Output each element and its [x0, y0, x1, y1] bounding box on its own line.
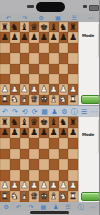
square-b6[interactable]	[10, 43, 20, 53]
black-knight-piece: ♞	[11, 23, 19, 32]
square-g3[interactable]	[59, 74, 69, 84]
chess-board-2[interactable]: ♜♞♝♛♚♝♞♜♟♟♟♟♟♟♟♟♟♟♟♟♟♟♟♟♜♞♝♛♚♝♞♜	[0, 117, 78, 202]
scrollbar[interactable]	[98, 119, 100, 153]
white-rook-piece: ♜	[69, 192, 77, 201]
white-pawn-piece: ♟	[50, 85, 58, 94]
square-b8[interactable]: ♞	[10, 22, 20, 32]
square-e6[interactable]	[39, 43, 49, 53]
black-pawn-piece: ♟	[1, 128, 9, 137]
list-icon[interactable]: ☰	[66, 13, 83, 22]
white-pawn-piece: ♟	[40, 181, 48, 190]
white-pawn-piece: ♟	[59, 181, 67, 190]
square-h3[interactable]	[68, 74, 78, 84]
square-b1[interactable]: ♞	[10, 191, 20, 202]
black-rook-piece: ♜	[69, 23, 77, 32]
square-a2[interactable]: ♟	[0, 181, 10, 192]
square-d1[interactable]: ♛	[29, 95, 39, 105]
square-c6[interactable]	[20, 138, 30, 149]
square-e4[interactable]	[39, 159, 49, 170]
black-bishop-piece: ♝	[50, 118, 58, 127]
square-e7[interactable]: ♟	[39, 128, 49, 139]
white-queen-piece: ♛	[30, 95, 38, 104]
white-pawn-piece: ♟	[30, 181, 38, 190]
square-d7[interactable]: ♟	[29, 32, 39, 42]
square-a7[interactable]: ♟	[0, 32, 10, 42]
square-g7[interactable]: ♟	[59, 128, 69, 139]
black-pawn-piece: ♟	[30, 128, 38, 137]
signal-icon	[83, 5, 87, 8]
square-f6[interactable]	[49, 138, 59, 149]
square-e1[interactable]: ♚	[39, 191, 49, 202]
square-h2[interactable]: ♟	[68, 181, 78, 192]
square-e5[interactable]	[39, 149, 49, 160]
black-pawn-piece: ♟	[69, 128, 77, 137]
white-pawn-piece: ♟	[11, 181, 19, 190]
square-c1[interactable]: ♝	[20, 95, 30, 105]
square-f4[interactable]	[49, 159, 59, 170]
white-king-piece: ♚	[40, 192, 48, 201]
square-b3[interactable]	[10, 170, 20, 181]
black-pawn-piece: ♟	[30, 33, 38, 42]
white-pawn-piece: ♟	[30, 85, 38, 94]
square-a8[interactable]: ♜	[0, 22, 10, 32]
square-e6[interactable]	[39, 138, 49, 149]
black-pawn-piece: ♟	[1, 33, 9, 42]
square-e2[interactable]: ♟	[39, 181, 49, 192]
square-b8[interactable]: ♞	[10, 117, 20, 128]
square-c2[interactable]: ♟	[20, 181, 30, 192]
square-d8[interactable]: ♛	[29, 117, 39, 128]
white-pawn-piece: ♟	[1, 181, 9, 190]
square-b1[interactable]: ♞	[10, 95, 20, 105]
black-knight-piece: ♞	[59, 118, 67, 127]
square-e3[interactable]	[39, 170, 49, 181]
black-pawn-piece: ♟	[59, 128, 67, 137]
square-g4[interactable]	[59, 159, 69, 170]
white-pawn-piece: ♟	[69, 181, 77, 190]
square-g8[interactable]: ♞	[59, 117, 69, 128]
square-h1[interactable]: ♜	[68, 95, 78, 105]
square-a4[interactable]	[0, 64, 10, 74]
black-pawn-piece: ♟	[20, 33, 28, 42]
square-d4[interactable]	[29, 159, 39, 170]
white-bishop-piece: ♝	[50, 192, 58, 201]
white-rook-piece: ♜	[1, 192, 9, 201]
square-e3[interactable]	[39, 74, 49, 84]
black-pawn-piece: ♟	[20, 128, 28, 137]
black-pawn-piece: ♟	[40, 128, 48, 137]
square-f1[interactable]: ♝	[49, 191, 59, 202]
white-pawn-piece: ♟	[1, 85, 9, 94]
black-knight-piece: ♞	[59, 23, 67, 32]
black-pawn-piece: ♟	[50, 128, 58, 137]
black-pawn-piece: ♟	[69, 33, 77, 42]
chess-board-1[interactable]: ♜♞♝♛♚♝♞♜♟♟♟♟♟♟♟♟♟♟♟♟♟♟♟♟♜♞♝♛♚♝♞♜	[0, 22, 78, 105]
square-d1[interactable]: ♛	[29, 191, 39, 202]
black-rook-piece: ♜	[69, 118, 77, 127]
square-d2[interactable]: ♟	[29, 181, 39, 192]
mode-label: Mode	[82, 132, 94, 137]
side-panel-2: Mode	[78, 117, 99, 202]
square-b7[interactable]: ♟	[10, 128, 20, 139]
white-bishop-piece: ♝	[20, 95, 28, 104]
square-g5[interactable]	[59, 149, 69, 160]
more-icon[interactable]: ⋯	[87, 202, 99, 211]
white-pawn-piece: ♟	[59, 85, 67, 94]
black-king-piece: ♚	[40, 118, 48, 127]
battery-icon	[89, 5, 99, 11]
square-g5[interactable]	[59, 53, 69, 63]
phone-screen: ↶↷⚙▦☰⋯ ♜♞♝♛♚♝♞♜♟♟♟♟♟♟♟♟♟♟♟♟♟♟♟♟♜♞♝♛♚♝♞♜ …	[0, 0, 99, 215]
square-f5[interactable]	[49, 53, 59, 63]
square-g1[interactable]: ♞	[59, 95, 69, 105]
more-icon[interactable]: ⋯	[83, 13, 100, 22]
square-f4[interactable]	[49, 64, 59, 74]
black-rook-piece: ♜	[1, 23, 9, 32]
piece-icon[interactable]: ♟	[50, 202, 62, 211]
square-d3[interactable]	[29, 170, 39, 181]
square-a1[interactable]: ♜	[0, 191, 10, 202]
black-pawn-piece: ♟	[50, 33, 58, 42]
square-f3[interactable]	[49, 74, 59, 84]
square-d8[interactable]: ♛	[29, 22, 39, 32]
start-button[interactable]	[81, 192, 99, 201]
square-d6[interactable]	[29, 138, 39, 149]
black-pawn-piece: ♟	[40, 33, 48, 42]
square-d6[interactable]	[29, 43, 39, 53]
square-d5[interactable]	[29, 149, 39, 160]
square-c3[interactable]	[20, 170, 30, 181]
square-c5[interactable]	[20, 149, 30, 160]
square-b5[interactable]	[10, 149, 20, 160]
scrollbar[interactable]	[98, 24, 100, 57]
square-c3[interactable]	[20, 74, 30, 84]
square-g8[interactable]: ♞	[59, 22, 69, 32]
white-queen-piece: ♛	[30, 192, 38, 201]
square-e5[interactable]	[39, 53, 49, 63]
square-d5[interactable]	[29, 53, 39, 63]
square-b5[interactable]	[10, 53, 20, 63]
board-icon[interactable]: ▦	[37, 202, 49, 211]
square-h4[interactable]	[68, 64, 78, 74]
undo-icon[interactable]: ↶	[12, 202, 24, 211]
white-rook-piece: ♜	[1, 95, 9, 104]
square-c7[interactable]: ♟	[20, 128, 30, 139]
white-pawn-piece: ♟	[11, 85, 19, 94]
square-c4[interactable]	[20, 64, 30, 74]
dynamic-island	[36, 2, 65, 12]
square-a3[interactable]	[0, 170, 10, 181]
square-a7[interactable]: ♟	[0, 128, 10, 139]
square-h6[interactable]	[68, 43, 78, 53]
square-f3[interactable]	[49, 170, 59, 181]
square-f6[interactable]	[49, 43, 59, 53]
black-pawn-piece: ♟	[59, 33, 67, 42]
redo-icon[interactable]: ↷	[25, 202, 37, 211]
status-bar	[0, 0, 99, 13]
square-d4[interactable]	[29, 64, 39, 74]
settings-icon[interactable]: ⚙	[33, 13, 50, 22]
white-pawn-piece: ♟	[50, 181, 58, 190]
square-f5[interactable]	[49, 149, 59, 160]
square-h5[interactable]	[68, 53, 78, 63]
square-a5[interactable]	[0, 149, 10, 160]
square-e1[interactable]: ♚	[39, 95, 49, 105]
square-g4[interactable]	[59, 64, 69, 74]
square-a5[interactable]	[0, 53, 10, 63]
board-icon[interactable]: ▦	[50, 13, 67, 22]
white-knight-piece: ♞	[11, 95, 19, 104]
square-c8[interactable]: ♝	[20, 22, 30, 32]
square-c1[interactable]: ♝	[20, 191, 30, 202]
white-pawn-piece: ♟	[20, 85, 28, 94]
toolbar-top: ↶↷⚙▦☰⋯	[0, 13, 99, 22]
square-a4[interactable]	[0, 159, 10, 170]
list-icon[interactable]: ☰	[62, 202, 74, 211]
mode-label: Mode	[82, 33, 94, 38]
square-h4[interactable]	[68, 159, 78, 170]
white-king-piece: ♚	[40, 95, 48, 104]
square-h6[interactable]	[68, 138, 78, 149]
square-b3[interactable]	[10, 74, 20, 84]
square-f7[interactable]: ♟	[49, 128, 59, 139]
square-f8[interactable]: ♝	[49, 22, 59, 32]
black-bishop-piece: ♝	[20, 23, 28, 32]
square-e8[interactable]: ♚	[39, 117, 49, 128]
square-h1[interactable]: ♜	[68, 191, 78, 202]
square-h8[interactable]: ♜	[68, 117, 78, 128]
white-knight-piece: ♞	[59, 95, 67, 104]
square-a3[interactable]	[0, 74, 10, 84]
square-f8[interactable]: ♝	[49, 117, 59, 128]
square-g7[interactable]: ♟	[59, 32, 69, 42]
square-c8[interactable]: ♝	[20, 117, 30, 128]
square-g6[interactable]	[59, 138, 69, 149]
redo-icon[interactable]: ↷	[17, 13, 34, 22]
square-f7[interactable]: ♟	[49, 32, 59, 42]
square-h3[interactable]	[68, 170, 78, 181]
white-pawn-piece: ♟	[40, 85, 48, 94]
white-pawn-piece: ♟	[20, 181, 28, 190]
square-c7[interactable]: ♟	[20, 32, 30, 42]
info-icon[interactable]: ⓘ	[74, 202, 86, 211]
square-b7[interactable]: ♟	[10, 32, 20, 42]
white-knight-piece: ♞	[59, 192, 67, 201]
home-indicator-bar[interactable]	[30, 211, 69, 214]
square-a1[interactable]: ♜	[0, 95, 10, 105]
square-e4[interactable]	[39, 64, 49, 74]
white-rook-piece: ♜	[69, 95, 77, 104]
square-g1[interactable]: ♞	[59, 191, 69, 202]
square-h5[interactable]	[68, 149, 78, 160]
undo-icon[interactable]: ↶	[0, 13, 17, 22]
white-bishop-piece: ♝	[20, 192, 28, 201]
white-knight-piece: ♞	[11, 192, 19, 201]
square-h7[interactable]: ♟	[68, 32, 78, 42]
square-g3[interactable]	[59, 170, 69, 181]
black-queen-piece: ♛	[30, 118, 38, 127]
square-a8[interactable]: ♜	[0, 117, 10, 128]
black-knight-piece: ♞	[11, 118, 19, 127]
white-bishop-piece: ♝	[50, 95, 58, 104]
square-b4[interactable]	[10, 159, 20, 170]
square-d3[interactable]	[29, 74, 39, 84]
square-g6[interactable]	[59, 43, 69, 53]
black-king-piece: ♚	[40, 23, 48, 32]
square-h8[interactable]: ♜	[68, 22, 78, 32]
start-button[interactable]	[81, 95, 99, 104]
black-bishop-piece: ♝	[50, 23, 58, 32]
square-f1[interactable]: ♝	[49, 95, 59, 105]
black-queen-piece: ♛	[30, 23, 38, 32]
square-a6[interactable]	[0, 138, 10, 149]
square-b4[interactable]	[10, 64, 20, 74]
settings-icon[interactable]: ⚙	[0, 202, 12, 211]
square-g2[interactable]: ♟	[59, 181, 69, 192]
black-bishop-piece: ♝	[20, 118, 28, 127]
square-d7[interactable]: ♟	[29, 128, 39, 139]
square-a6[interactable]	[0, 43, 10, 53]
square-b6[interactable]	[10, 138, 20, 149]
square-e7[interactable]: ♟	[39, 32, 49, 42]
black-rook-piece: ♜	[1, 118, 9, 127]
square-e8[interactable]: ♚	[39, 22, 49, 32]
black-pawn-piece: ♟	[11, 33, 19, 42]
time-indicator	[27, 5, 34, 8]
square-b2[interactable]: ♟	[10, 181, 20, 192]
square-c6[interactable]	[20, 43, 30, 53]
square-f2[interactable]: ♟	[49, 181, 59, 192]
white-pawn-piece: ♟	[69, 85, 77, 94]
black-pawn-piece: ♟	[11, 128, 19, 137]
square-h7[interactable]: ♟	[68, 128, 78, 139]
square-c4[interactable]	[20, 159, 30, 170]
square-c5[interactable]	[20, 53, 30, 63]
toolbar-bottom: ⚙↶↷▦♟☰ⓘ⋯	[0, 202, 99, 211]
side-panel-1: Mode	[78, 22, 99, 105]
